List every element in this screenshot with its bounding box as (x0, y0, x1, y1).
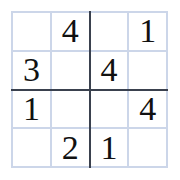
cell-r4c3[interactable]: 1 (91, 129, 128, 166)
cell-r1c1[interactable] (13, 13, 50, 50)
cell-r1c2[interactable]: 4 (52, 13, 89, 50)
cell-r3c4[interactable]: 4 (129, 91, 166, 128)
cell-r2c1[interactable]: 3 (13, 52, 50, 89)
cell-r1c3[interactable] (91, 13, 128, 50)
cell-r2c2[interactable] (52, 52, 89, 89)
cell-r4c2[interactable]: 2 (52, 129, 89, 166)
cell-r2c3[interactable]: 4 (91, 52, 128, 89)
cell-r4c4[interactable] (129, 129, 166, 166)
cell-r3c2[interactable] (52, 91, 89, 128)
cell-r3c1[interactable]: 1 (13, 91, 50, 128)
cell-r4c1[interactable] (13, 129, 50, 166)
cell-r2c4[interactable] (129, 52, 166, 89)
cell-r1c4[interactable]: 1 (129, 13, 166, 50)
cell-r3c3[interactable] (91, 91, 128, 128)
sudoku-diagram: 4 1 3 4 1 4 2 1 (0, 0, 180, 180)
sudoku-board: 4 1 3 4 1 4 2 1 (11, 11, 168, 168)
